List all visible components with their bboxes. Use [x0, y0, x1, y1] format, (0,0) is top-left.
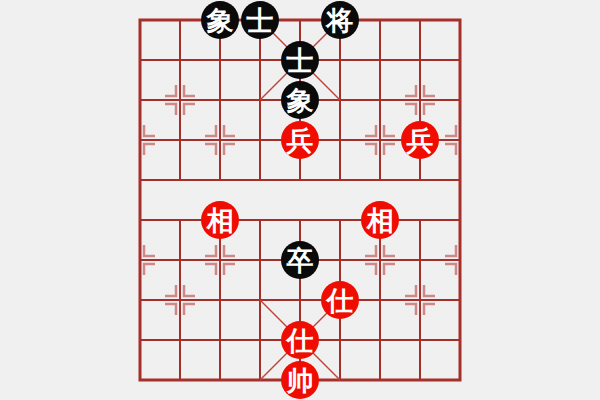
cannon-point-marker — [184, 285, 195, 296]
pawn-point-marker — [224, 264, 235, 275]
cannon-point-marker — [405, 85, 416, 96]
pawn-point-marker — [205, 125, 216, 136]
pawn-point-marker — [384, 125, 395, 136]
pawn-point-marker — [384, 245, 395, 256]
cannon-point-marker — [165, 85, 176, 96]
red-elephant[interactable]: 相 — [361, 201, 399, 239]
red-elephant[interactable]: 相 — [201, 201, 239, 239]
pawn-point-marker — [384, 144, 395, 155]
pawn-point-marker — [224, 245, 235, 256]
pawn-point-marker — [365, 144, 376, 155]
pawn-point-marker — [205, 245, 216, 256]
cannon-point-marker — [424, 85, 435, 96]
black-elephant[interactable]: 象 — [281, 81, 319, 119]
cannon-point-marker — [184, 304, 195, 315]
pawn-point-marker — [144, 245, 155, 256]
pawn-point-marker — [445, 125, 456, 136]
pawn-point-marker — [445, 264, 456, 275]
pawn-point-marker — [224, 125, 235, 136]
cannon-point-marker — [184, 104, 195, 115]
black-advisor[interactable]: 士 — [281, 41, 319, 79]
red-pawn[interactable]: 兵 — [281, 121, 319, 159]
cannon-point-marker — [424, 304, 435, 315]
pawn-point-marker — [365, 125, 376, 136]
pawn-point-marker — [224, 144, 235, 155]
pawn-point-marker — [144, 125, 155, 136]
cannon-point-marker — [405, 285, 416, 296]
black-elephant[interactable]: 象 — [201, 1, 239, 39]
pawn-point-marker — [365, 245, 376, 256]
cannon-point-marker — [405, 304, 416, 315]
black-advisor[interactable]: 士 — [241, 1, 279, 39]
cannon-point-marker — [165, 285, 176, 296]
xiangqi-board: 象士将士象兵兵相相卒仕仕帅 — [0, 0, 600, 400]
pawn-point-marker — [365, 264, 376, 275]
cannon-point-marker — [424, 104, 435, 115]
pawn-point-marker — [445, 144, 456, 155]
cannon-point-marker — [165, 104, 176, 115]
cannon-point-marker — [184, 85, 195, 96]
black-general[interactable]: 将 — [321, 1, 359, 39]
red-advisor[interactable]: 仕 — [321, 281, 359, 319]
cannon-point-marker — [165, 304, 176, 315]
pawn-point-marker — [384, 264, 395, 275]
red-pawn[interactable]: 兵 — [401, 121, 439, 159]
pawn-point-marker — [445, 245, 456, 256]
cannon-point-marker — [424, 285, 435, 296]
cannon-point-marker — [405, 104, 416, 115]
pawn-point-marker — [144, 144, 155, 155]
pawn-point-marker — [144, 264, 155, 275]
pawn-point-marker — [205, 264, 216, 275]
pawn-point-marker — [205, 144, 216, 155]
red-general[interactable]: 帅 — [281, 361, 319, 399]
black-pawn[interactable]: 卒 — [281, 241, 319, 279]
red-advisor[interactable]: 仕 — [281, 321, 319, 359]
